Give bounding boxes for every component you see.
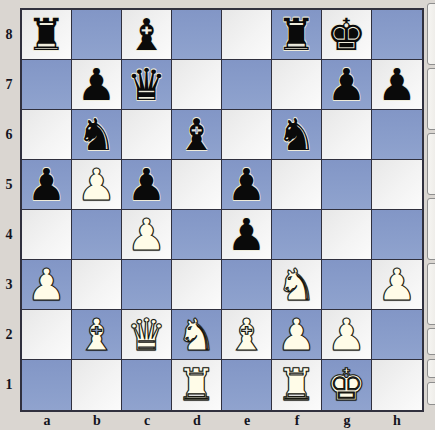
square-e2[interactable]: ♝ — [222, 310, 272, 360]
square-f4[interactable] — [272, 210, 322, 260]
square-b5[interactable]: ♟ — [72, 160, 122, 210]
square-c8[interactable]: ♝ — [122, 10, 172, 60]
square-b3[interactable] — [72, 260, 122, 310]
piece-black-bishop[interactable]: ♝ — [127, 11, 166, 59]
square-e4[interactable]: ♟ — [222, 210, 272, 260]
square-h5[interactable] — [372, 160, 422, 210]
square-d8[interactable] — [172, 10, 222, 60]
square-f5[interactable] — [272, 160, 322, 210]
square-g8[interactable]: ♚ — [322, 10, 372, 60]
square-d6[interactable]: ♝ — [172, 110, 222, 160]
square-c4[interactable]: ♟ — [122, 210, 172, 260]
rank-label-8: 8 — [0, 10, 18, 60]
chess-app-window: 87654321 ♜♝♜♚♟♛♟♟♞♝♞♟♟♟♟♟♟♟♞♟♝♛♞♝♟♟♜♜♚ a… — [0, 0, 435, 430]
square-b8[interactable] — [72, 10, 122, 60]
square-e7[interactable] — [222, 60, 272, 110]
piece-black-queen[interactable]: ♛ — [127, 61, 166, 109]
rank-label-5: 5 — [0, 160, 18, 210]
rank-label-3: 3 — [0, 260, 18, 310]
square-g7[interactable]: ♟ — [322, 60, 372, 110]
side-panel-button-2[interactable] — [427, 68, 435, 130]
piece-black-pawn[interactable]: ♟ — [27, 161, 66, 209]
file-label-c: c — [122, 412, 172, 430]
square-d3[interactable] — [172, 260, 222, 310]
square-d2[interactable]: ♞ — [172, 310, 222, 360]
file-label-h: h — [372, 412, 422, 430]
square-g6[interactable] — [322, 110, 372, 160]
rank-label-7: 7 — [0, 60, 18, 110]
square-g2[interactable]: ♟ — [322, 310, 372, 360]
piece-black-rook[interactable]: ♜ — [277, 11, 316, 59]
square-g1[interactable]: ♚ — [322, 360, 372, 410]
rank-label-4: 4 — [0, 210, 18, 260]
square-f6[interactable]: ♞ — [272, 110, 322, 160]
piece-black-bishop[interactable]: ♝ — [177, 111, 216, 159]
square-f2[interactable]: ♟ — [272, 310, 322, 360]
rank-label-2: 2 — [0, 310, 18, 360]
side-panel-button-4[interactable] — [427, 198, 435, 260]
square-h3[interactable]: ♟ — [372, 260, 422, 310]
square-h6[interactable] — [372, 110, 422, 160]
square-a3[interactable]: ♟ — [22, 260, 72, 310]
piece-white-knight[interactable]: ♞ — [277, 261, 316, 309]
file-label-a: a — [22, 412, 72, 430]
side-panel-button-5[interactable] — [427, 263, 435, 325]
piece-white-pawn[interactable]: ♟ — [377, 261, 416, 309]
piece-white-bishop[interactable]: ♝ — [227, 311, 266, 359]
square-c1[interactable] — [122, 360, 172, 410]
piece-black-rook[interactable]: ♜ — [27, 11, 66, 59]
square-d5[interactable] — [172, 160, 222, 210]
piece-black-knight[interactable]: ♞ — [277, 111, 316, 159]
square-h2[interactable] — [372, 310, 422, 360]
square-g5[interactable] — [322, 160, 372, 210]
piece-black-pawn[interactable]: ♟ — [327, 61, 366, 109]
square-d4[interactable] — [172, 210, 222, 260]
piece-black-pawn[interactable]: ♟ — [127, 161, 166, 209]
piece-white-pawn[interactable]: ♟ — [77, 161, 116, 209]
square-d1[interactable]: ♜ — [172, 360, 222, 410]
piece-white-pawn[interactable]: ♟ — [127, 211, 166, 259]
square-h7[interactable]: ♟ — [372, 60, 422, 110]
side-panel-button-6[interactable] — [427, 328, 435, 355]
square-b7[interactable]: ♟ — [72, 60, 122, 110]
piece-black-pawn[interactable]: ♟ — [77, 61, 116, 109]
square-f7[interactable] — [272, 60, 322, 110]
square-d7[interactable] — [172, 60, 222, 110]
file-label-g: g — [322, 412, 372, 430]
file-label-e: e — [222, 412, 272, 430]
file-label-b: b — [72, 412, 122, 430]
square-b2[interactable]: ♝ — [72, 310, 122, 360]
square-b4[interactable] — [72, 210, 122, 260]
piece-black-knight[interactable]: ♞ — [77, 111, 116, 159]
side-panel-button-3[interactable] — [427, 133, 435, 195]
board-frame: ♜♝♜♚♟♛♟♟♞♝♞♟♟♟♟♟♟♟♞♟♝♛♞♝♟♟♜♜♚ — [20, 8, 424, 412]
square-a5[interactable]: ♟ — [22, 160, 72, 210]
square-e1[interactable] — [222, 360, 272, 410]
square-e5[interactable]: ♟ — [222, 160, 272, 210]
side-panel-button-7[interactable] — [427, 359, 435, 378]
piece-black-pawn[interactable]: ♟ — [377, 61, 416, 109]
piece-white-rook[interactable]: ♜ — [277, 361, 316, 409]
piece-white-queen[interactable]: ♛ — [127, 311, 166, 359]
square-g3[interactable] — [322, 260, 372, 310]
square-c7[interactable]: ♛ — [122, 60, 172, 110]
square-c6[interactable] — [122, 110, 172, 160]
side-panel-button-1[interactable] — [427, 3, 435, 65]
square-a6[interactable] — [22, 110, 72, 160]
side-panel — [427, 0, 435, 430]
file-label-d: d — [172, 412, 222, 430]
piece-white-king[interactable]: ♚ — [327, 361, 366, 409]
square-c2[interactable]: ♛ — [122, 310, 172, 360]
piece-black-pawn[interactable]: ♟ — [227, 211, 266, 259]
square-e8[interactable] — [222, 10, 272, 60]
square-e6[interactable] — [222, 110, 272, 160]
square-h1[interactable] — [372, 360, 422, 410]
square-a2[interactable] — [22, 310, 72, 360]
square-a7[interactable] — [22, 60, 72, 110]
piece-white-bishop[interactable]: ♝ — [77, 311, 116, 359]
square-f1[interactable]: ♜ — [272, 360, 322, 410]
square-b6[interactable]: ♞ — [72, 110, 122, 160]
square-e3[interactable] — [222, 260, 272, 310]
square-h4[interactable] — [372, 210, 422, 260]
piece-white-pawn[interactable]: ♟ — [277, 311, 316, 359]
piece-white-pawn[interactable]: ♟ — [27, 261, 66, 309]
square-a4[interactable] — [22, 210, 72, 260]
piece-black-king[interactable]: ♚ — [327, 11, 366, 59]
piece-white-pawn[interactable]: ♟ — [327, 311, 366, 359]
square-a1[interactable] — [22, 360, 72, 410]
square-b1[interactable] — [72, 360, 122, 410]
square-f3[interactable]: ♞ — [272, 260, 322, 310]
piece-black-pawn[interactable]: ♟ — [227, 161, 266, 209]
rank-label-6: 6 — [0, 110, 18, 160]
square-c3[interactable] — [122, 260, 172, 310]
square-c5[interactable]: ♟ — [122, 160, 172, 210]
piece-white-rook[interactable]: ♜ — [177, 361, 216, 409]
square-a8[interactable]: ♜ — [22, 10, 72, 60]
square-h8[interactable] — [372, 10, 422, 60]
file-label-f: f — [272, 412, 322, 430]
square-g4[interactable] — [322, 210, 372, 260]
piece-white-knight[interactable]: ♞ — [177, 311, 216, 359]
chess-board: ♜♝♜♚♟♛♟♟♞♝♞♟♟♟♟♟♟♟♞♟♝♛♞♝♟♟♜♜♚ — [22, 10, 422, 410]
rank-label-1: 1 — [0, 360, 18, 410]
square-f8[interactable]: ♜ — [272, 10, 322, 60]
side-panel-button-8[interactable] — [427, 382, 435, 405]
